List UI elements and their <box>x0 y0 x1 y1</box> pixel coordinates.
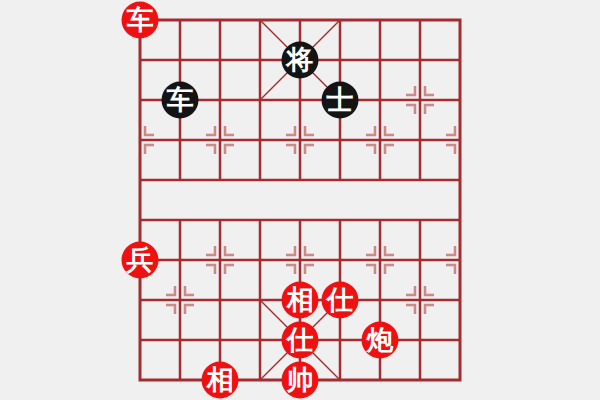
piece-red-cannon[interactable]: 炮 <box>362 322 399 359</box>
piece-red-elephant[interactable]: 相 <box>282 282 319 319</box>
piece-red-king[interactable]: 帅 <box>282 362 319 399</box>
piece-red-chariot[interactable]: 车 <box>122 2 159 39</box>
piece-red-elephant[interactable]: 相 <box>202 362 239 399</box>
piece-red-advisor[interactable]: 仕 <box>322 282 359 319</box>
piece-black-king[interactable]: 将 <box>282 42 319 79</box>
piece-layer: 车将车士兵相仕仕炮相帅 <box>0 0 600 400</box>
xiangqi-board: 车将车士兵相仕仕炮相帅 <box>0 0 600 400</box>
piece-black-chariot[interactable]: 车 <box>162 82 199 119</box>
piece-black-advisor[interactable]: 士 <box>322 82 359 119</box>
piece-red-pawn[interactable]: 兵 <box>122 242 159 279</box>
piece-red-advisor[interactable]: 仕 <box>282 322 319 359</box>
